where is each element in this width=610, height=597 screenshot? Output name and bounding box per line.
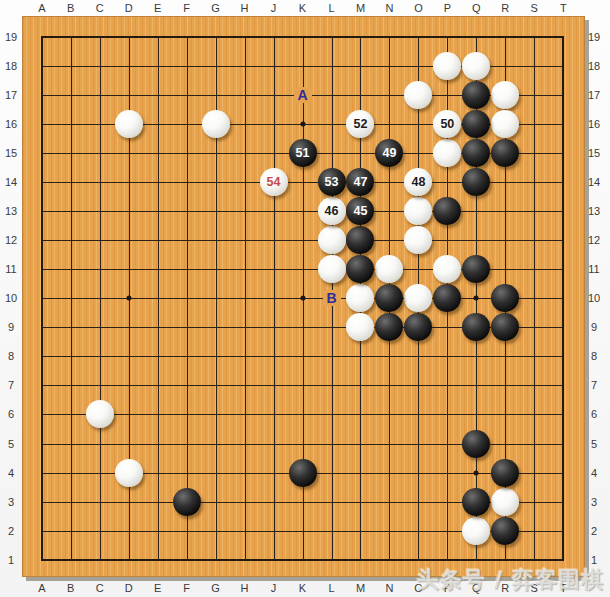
coordinate-label: 18 (588, 60, 600, 72)
grid-line (534, 37, 535, 560)
coordinate-label: D (125, 2, 133, 14)
stone-black-N15[interactable]: 49 (375, 139, 403, 167)
coordinate-label: 18 (5, 60, 17, 72)
coordinate-label: A (38, 582, 45, 594)
star-point (300, 296, 305, 301)
stone-white-M10[interactable] (346, 284, 374, 312)
stone-white-P16[interactable]: 50 (433, 110, 461, 138)
star-point (474, 470, 479, 475)
move-number: 51 (296, 147, 310, 160)
coordinate-label: D (125, 582, 133, 594)
star-point (474, 296, 479, 301)
coordinate-label: 1 (8, 554, 14, 566)
move-number: 48 (411, 176, 425, 189)
stone-black-O9[interactable] (404, 313, 432, 341)
stone-white-P18[interactable] (433, 52, 461, 80)
stone-white-N11[interactable] (375, 255, 403, 283)
coordinate-label: C (96, 582, 104, 594)
coordinate-label: H (241, 2, 249, 14)
coordinate-label: 3 (591, 496, 597, 508)
coordinate-label: A (38, 2, 45, 14)
coordinate-label: B (67, 2, 74, 14)
coordinate-label: 19 (588, 31, 600, 43)
stone-black-F3[interactable] (173, 488, 201, 516)
coordinate-label: 19 (5, 31, 17, 43)
coordinate-label: 8 (591, 350, 597, 362)
stone-white-Q2[interactable] (462, 517, 490, 545)
stone-black-N10[interactable] (375, 284, 403, 312)
coordinate-label: 16 (5, 118, 17, 130)
stone-white-L12[interactable] (318, 226, 346, 254)
stone-white-G16[interactable] (202, 110, 230, 138)
coordinate-label: 17 (5, 89, 17, 101)
move-number: 52 (354, 118, 368, 131)
stone-black-P10[interactable] (433, 284, 461, 312)
label-B: B (323, 290, 341, 306)
coordinate-label: 9 (591, 321, 597, 333)
coordinate-label: 12 (588, 234, 600, 246)
stone-black-Q5[interactable] (462, 430, 490, 458)
coordinate-label: 9 (8, 321, 14, 333)
coordinate-label: F (183, 2, 190, 14)
coordinate-label: R (501, 2, 509, 14)
stone-black-L14[interactable]: 53 (318, 168, 346, 196)
stone-white-O14[interactable]: 48 (404, 168, 432, 196)
coordinate-label: 4 (591, 467, 597, 479)
coordinate-label: G (211, 582, 220, 594)
stone-black-M13[interactable]: 45 (346, 197, 374, 225)
stone-black-N9[interactable] (375, 313, 403, 341)
stone-black-R10[interactable] (491, 284, 519, 312)
coordinate-label: 10 (588, 292, 600, 304)
coordinate-label: E (154, 582, 161, 594)
coordinate-label: B (67, 582, 74, 594)
stone-black-R2[interactable] (491, 517, 519, 545)
move-number: 53 (325, 176, 339, 189)
stone-black-Q15[interactable] (462, 139, 490, 167)
grid-line (42, 385, 563, 386)
grid-line (42, 356, 563, 357)
move-number: 50 (440, 118, 454, 131)
coordinate-label: N (385, 582, 393, 594)
star-point (126, 296, 131, 301)
coordinate-label: E (154, 2, 161, 14)
coordinate-label: P (444, 2, 451, 14)
coordinate-label: N (385, 2, 393, 14)
stone-black-P13[interactable] (433, 197, 461, 225)
stone-black-M14[interactable]: 47 (346, 168, 374, 196)
coordinate-label: 6 (8, 408, 14, 420)
coordinate-label: 12 (5, 234, 17, 246)
stone-white-O12[interactable] (404, 226, 432, 254)
coordinate-label: 15 (588, 147, 600, 159)
coordinate-label: M (356, 582, 365, 594)
coordinate-label: O (414, 2, 423, 14)
stone-black-M12[interactable] (346, 226, 374, 254)
coordinate-label: 11 (5, 263, 16, 275)
stone-white-L11[interactable] (318, 255, 346, 283)
stone-white-D16[interactable] (115, 110, 143, 138)
stone-black-K15[interactable]: 51 (289, 139, 317, 167)
coordinate-label: H (241, 582, 249, 594)
coordinate-label: 5 (8, 438, 14, 450)
grid-line (42, 414, 563, 415)
move-number: 49 (382, 147, 396, 160)
coordinate-label: J (271, 582, 277, 594)
coordinate-label: G (211, 2, 220, 14)
stone-black-Q3[interactable] (462, 488, 490, 516)
stone-black-R4[interactable] (491, 459, 519, 487)
coordinate-label: 4 (8, 467, 14, 479)
coordinate-label: 2 (8, 525, 14, 537)
stone-white-R3[interactable] (491, 488, 519, 516)
stone-white-J14[interactable]: 54 (260, 168, 288, 196)
stone-white-O13[interactable] (404, 197, 432, 225)
stone-black-Q9[interactable] (462, 313, 490, 341)
coordinate-label: J (271, 2, 277, 14)
coordinate-label: 14 (5, 176, 17, 188)
label-A: A (294, 87, 312, 103)
stone-black-Q16[interactable] (462, 110, 490, 138)
move-number: 54 (267, 176, 281, 189)
coordinate-label: 14 (588, 176, 600, 188)
move-number: 46 (325, 205, 339, 218)
move-number: 47 (354, 176, 368, 189)
coordinate-label: 16 (588, 118, 600, 130)
stone-black-K4[interactable] (289, 459, 317, 487)
coordinate-label: L (328, 582, 334, 594)
coordinate-label: 8 (8, 350, 14, 362)
coordinate-label: 13 (588, 205, 600, 217)
coordinate-label: K (299, 2, 306, 14)
stone-white-R17[interactable] (491, 81, 519, 109)
stone-white-P15[interactable] (433, 139, 461, 167)
go-diagram: AABBCCDDEEFFGGHHJJKKLLMMNNOOPPQQRRSSTT19… (0, 0, 610, 597)
coordinate-label: S (531, 2, 538, 14)
stone-black-R15[interactable] (491, 139, 519, 167)
stone-black-Q11[interactable] (462, 255, 490, 283)
stone-white-M9[interactable] (346, 313, 374, 341)
stone-white-L13[interactable]: 46 (318, 197, 346, 225)
coordinate-label: T (560, 2, 567, 14)
coordinate-label: 10 (5, 292, 17, 304)
coordinate-label: 7 (591, 379, 597, 391)
coordinate-label: 7 (8, 379, 14, 391)
coordinate-label: F (183, 582, 190, 594)
stone-black-Q17[interactable] (462, 81, 490, 109)
coordinate-label: M (356, 2, 365, 14)
coordinate-label: 13 (5, 205, 17, 217)
stone-black-R9[interactable] (491, 313, 519, 341)
coordinate-label: L (328, 2, 334, 14)
coordinate-label: 3 (8, 496, 14, 508)
stone-white-C6[interactable] (86, 400, 114, 428)
coordinate-label: 2 (591, 525, 597, 537)
stone-white-Q18[interactable] (462, 52, 490, 80)
watermark: 头条号 / 弈客围棋 (417, 565, 604, 595)
coordinate-label: 1 (591, 554, 597, 566)
coordinate-label: 17 (588, 89, 600, 101)
stone-black-M11[interactable] (346, 255, 374, 283)
coordinate-label: 5 (591, 438, 597, 450)
coordinate-label: 11 (588, 263, 599, 275)
coordinate-label: 15 (5, 147, 17, 159)
coordinate-label: K (299, 582, 306, 594)
stone-black-Q14[interactable] (462, 168, 490, 196)
stone-white-P11[interactable] (433, 255, 461, 283)
stone-white-M16[interactable]: 52 (346, 110, 374, 138)
stone-white-D4[interactable] (115, 459, 143, 487)
coordinate-label: 6 (591, 408, 597, 420)
stone-white-O17[interactable] (404, 81, 432, 109)
board-layer: AABBCCDDEEFFGGHHJJKKLLMMNNOOPPQQRRSSTT19… (0, 0, 610, 597)
stone-white-O10[interactable] (404, 284, 432, 312)
coordinate-label: Q (472, 2, 481, 14)
move-number: 45 (354, 205, 368, 218)
stone-white-R16[interactable] (491, 110, 519, 138)
star-point (300, 121, 305, 126)
coordinate-label: C (96, 2, 104, 14)
